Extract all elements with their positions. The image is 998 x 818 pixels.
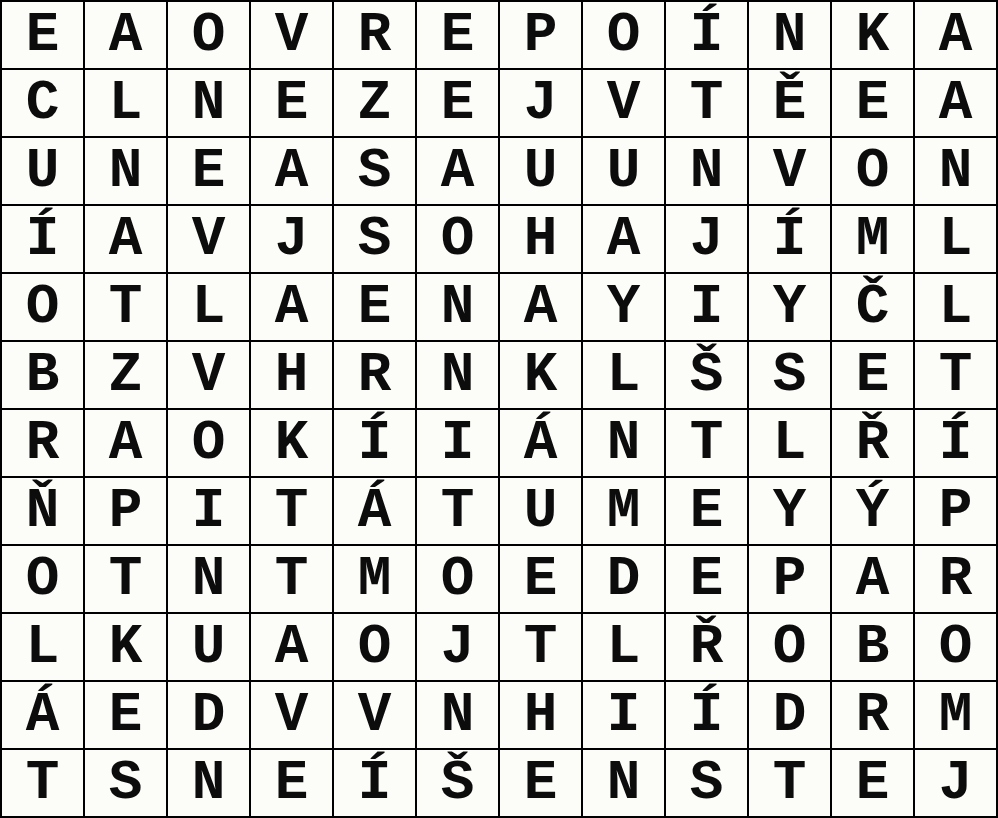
grid-cell[interactable]: H (251, 342, 332, 408)
grid-cell[interactable]: T (666, 410, 747, 476)
grid-cell[interactable]: V (334, 682, 415, 748)
grid-cell[interactable]: V (251, 2, 332, 68)
grid-cell[interactable]: T (251, 546, 332, 612)
grid-cell[interactable]: L (2, 614, 83, 680)
grid-cell[interactable]: C (2, 70, 83, 136)
grid-cell[interactable]: B (2, 342, 83, 408)
grid-cell[interactable]: N (417, 342, 498, 408)
grid-cell[interactable]: A (417, 138, 498, 204)
grid-cell[interactable]: E (334, 274, 415, 340)
grid-cell[interactable]: A (251, 274, 332, 340)
grid-cell[interactable]: Ň (2, 478, 83, 544)
grid-cell[interactable]: V (168, 206, 249, 272)
grid-cell[interactable]: M (832, 206, 913, 272)
grid-cell[interactable]: N (168, 750, 249, 816)
grid-cell[interactable]: T (417, 478, 498, 544)
grid-cell[interactable]: R (915, 546, 996, 612)
grid-cell[interactable]: O (2, 546, 83, 612)
grid-cell[interactable]: S (334, 138, 415, 204)
grid-cell[interactable]: Í (749, 206, 830, 272)
grid-cell[interactable]: Ý (832, 478, 913, 544)
grid-cell[interactable]: O (2, 274, 83, 340)
grid-cell[interactable]: U (2, 138, 83, 204)
grid-cell[interactable]: J (500, 70, 581, 136)
grid-cell[interactable]: J (417, 614, 498, 680)
grid-cell[interactable]: A (251, 614, 332, 680)
grid-cell[interactable]: N (583, 410, 664, 476)
grid-cell[interactable]: Y (749, 274, 830, 340)
grid-cell[interactable]: L (168, 274, 249, 340)
grid-cell[interactable]: K (251, 410, 332, 476)
grid-cell[interactable]: A (583, 206, 664, 272)
grid-cell[interactable]: Á (500, 410, 581, 476)
grid-cell[interactable]: S (85, 750, 166, 816)
grid-cell[interactable]: L (85, 70, 166, 136)
grid-cell[interactable]: V (749, 138, 830, 204)
grid-cell[interactable]: U (583, 138, 664, 204)
grid-cell[interactable]: T (749, 750, 830, 816)
grid-cell[interactable]: I (168, 478, 249, 544)
grid-cell[interactable]: U (500, 138, 581, 204)
grid-cell[interactable]: Ř (832, 410, 913, 476)
grid-cell[interactable]: A (915, 70, 996, 136)
grid-cell[interactable]: E (500, 750, 581, 816)
grid-cell[interactable]: K (832, 2, 913, 68)
grid-cell[interactable]: N (583, 750, 664, 816)
grid-cell[interactable]: A (915, 2, 996, 68)
grid-cell[interactable]: Í (2, 206, 83, 272)
grid-cell[interactable]: Č (832, 274, 913, 340)
grid-cell[interactable]: P (915, 478, 996, 544)
grid-cell[interactable]: T (251, 478, 332, 544)
grid-cell[interactable]: N (168, 546, 249, 612)
grid-cell[interactable]: N (417, 682, 498, 748)
grid-cell[interactable]: O (915, 614, 996, 680)
grid-cell[interactable]: T (666, 70, 747, 136)
grid-cell[interactable]: N (915, 138, 996, 204)
grid-cell[interactable]: T (915, 342, 996, 408)
grid-cell[interactable]: A (251, 138, 332, 204)
grid-cell[interactable]: N (666, 138, 747, 204)
grid-cell[interactable]: H (500, 206, 581, 272)
grid-cell[interactable]: M (583, 478, 664, 544)
grid-cell[interactable]: R (334, 342, 415, 408)
grid-cell[interactable]: T (2, 750, 83, 816)
grid-cell[interactable]: P (85, 478, 166, 544)
grid-cell[interactable]: E (832, 342, 913, 408)
grid-cell[interactable]: A (85, 206, 166, 272)
grid-cell[interactable]: Z (334, 70, 415, 136)
grid-cell[interactable]: J (666, 206, 747, 272)
grid-cell[interactable]: D (749, 682, 830, 748)
grid-cell[interactable]: E (251, 70, 332, 136)
grid-cell[interactable]: M (334, 546, 415, 612)
grid-cell[interactable]: T (500, 614, 581, 680)
grid-cell[interactable]: I (666, 274, 747, 340)
grid-cell[interactable]: J (915, 750, 996, 816)
grid-cell[interactable]: E (832, 750, 913, 816)
grid-cell[interactable]: Í (334, 410, 415, 476)
grid-cell[interactable]: R (2, 410, 83, 476)
grid-cell[interactable]: Í (666, 682, 747, 748)
grid-cell[interactable]: V (168, 342, 249, 408)
word-search-puzzle: EAOVREPOÍNKACLNEZEJVTĚEAUNEASAUUNVONÍAVJ… (0, 0, 998, 818)
grid-cell[interactable]: Š (417, 750, 498, 816)
grid-cell[interactable]: E (500, 546, 581, 612)
grid-cell[interactable]: Á (334, 478, 415, 544)
grid-cell[interactable]: Š (666, 342, 747, 408)
grid-cell[interactable]: H (500, 682, 581, 748)
grid-cell[interactable]: L (915, 206, 996, 272)
grid-cell[interactable]: S (334, 206, 415, 272)
grid-cell[interactable]: L (749, 410, 830, 476)
grid-cell[interactable]: R (334, 2, 415, 68)
grid-cell[interactable]: U (168, 614, 249, 680)
grid-cell[interactable]: N (417, 274, 498, 340)
grid-cell[interactable]: E (666, 478, 747, 544)
grid-cell[interactable]: Í (666, 2, 747, 68)
grid-cell[interactable]: R (832, 682, 913, 748)
grid-cell[interactable]: E (417, 2, 498, 68)
grid-cell[interactable]: D (583, 546, 664, 612)
grid-cell[interactable]: Í (915, 410, 996, 476)
grid-cell[interactable]: K (85, 614, 166, 680)
grid-cell[interactable]: J (251, 206, 332, 272)
grid-cell[interactable]: Ě (749, 70, 830, 136)
grid-cell[interactable]: E (168, 138, 249, 204)
grid-cell[interactable]: O (832, 138, 913, 204)
grid-cell[interactable]: I (417, 410, 498, 476)
grid-cell[interactable]: E (85, 682, 166, 748)
grid-cell[interactable]: Y (749, 478, 830, 544)
grid-cell[interactable]: E (417, 70, 498, 136)
grid-cell[interactable]: P (500, 2, 581, 68)
grid-cell[interactable]: E (666, 546, 747, 612)
grid-cell[interactable]: N (749, 2, 830, 68)
grid-cell[interactable]: U (500, 478, 581, 544)
grid-cell[interactable]: Á (2, 682, 83, 748)
grid-cell[interactable]: A (85, 2, 166, 68)
grid-cell[interactable]: T (85, 274, 166, 340)
grid-cell[interactable]: A (85, 410, 166, 476)
grid-cell[interactable]: O (168, 2, 249, 68)
grid-cell[interactable]: O (168, 410, 249, 476)
grid-cell[interactable]: Y (583, 274, 664, 340)
grid-cell[interactable]: I (583, 682, 664, 748)
word-search-board: EAOVREPOÍNKACLNEZEJVTĚEAUNEASAUUNVONÍAVJ… (0, 0, 998, 818)
grid-cell[interactable]: P (749, 546, 830, 612)
grid-cell[interactable]: O (749, 614, 830, 680)
grid-cell[interactable]: O (334, 614, 415, 680)
grid-cell[interactable]: D (168, 682, 249, 748)
grid-cell[interactable]: V (583, 70, 664, 136)
grid-cell[interactable]: O (417, 546, 498, 612)
grid-cell[interactable]: K (500, 342, 581, 408)
grid-cell[interactable]: M (915, 682, 996, 748)
grid-cell[interactable]: Ř (666, 614, 747, 680)
grid-cell[interactable]: O (417, 206, 498, 272)
grid-cell[interactable]: L (915, 274, 996, 340)
grid-cell[interactable]: L (583, 614, 664, 680)
grid-cell[interactable]: B (832, 614, 913, 680)
grid-cell[interactable]: S (749, 342, 830, 408)
grid-cell[interactable]: Í (334, 750, 415, 816)
grid-cell[interactable]: L (583, 342, 664, 408)
grid-cell[interactable]: A (500, 274, 581, 340)
grid-cell[interactable]: V (251, 682, 332, 748)
grid-cell[interactable]: O (583, 2, 664, 68)
grid-cell[interactable]: E (251, 750, 332, 816)
grid-cell[interactable]: N (168, 70, 249, 136)
grid-cell[interactable]: E (2, 2, 83, 68)
grid-cell[interactable]: N (85, 138, 166, 204)
grid-cell[interactable]: A (832, 546, 913, 612)
grid-cell[interactable]: T (85, 546, 166, 612)
grid-cell[interactable]: Z (85, 342, 166, 408)
grid-cell[interactable]: E (832, 70, 913, 136)
grid-cell[interactable]: S (666, 750, 747, 816)
